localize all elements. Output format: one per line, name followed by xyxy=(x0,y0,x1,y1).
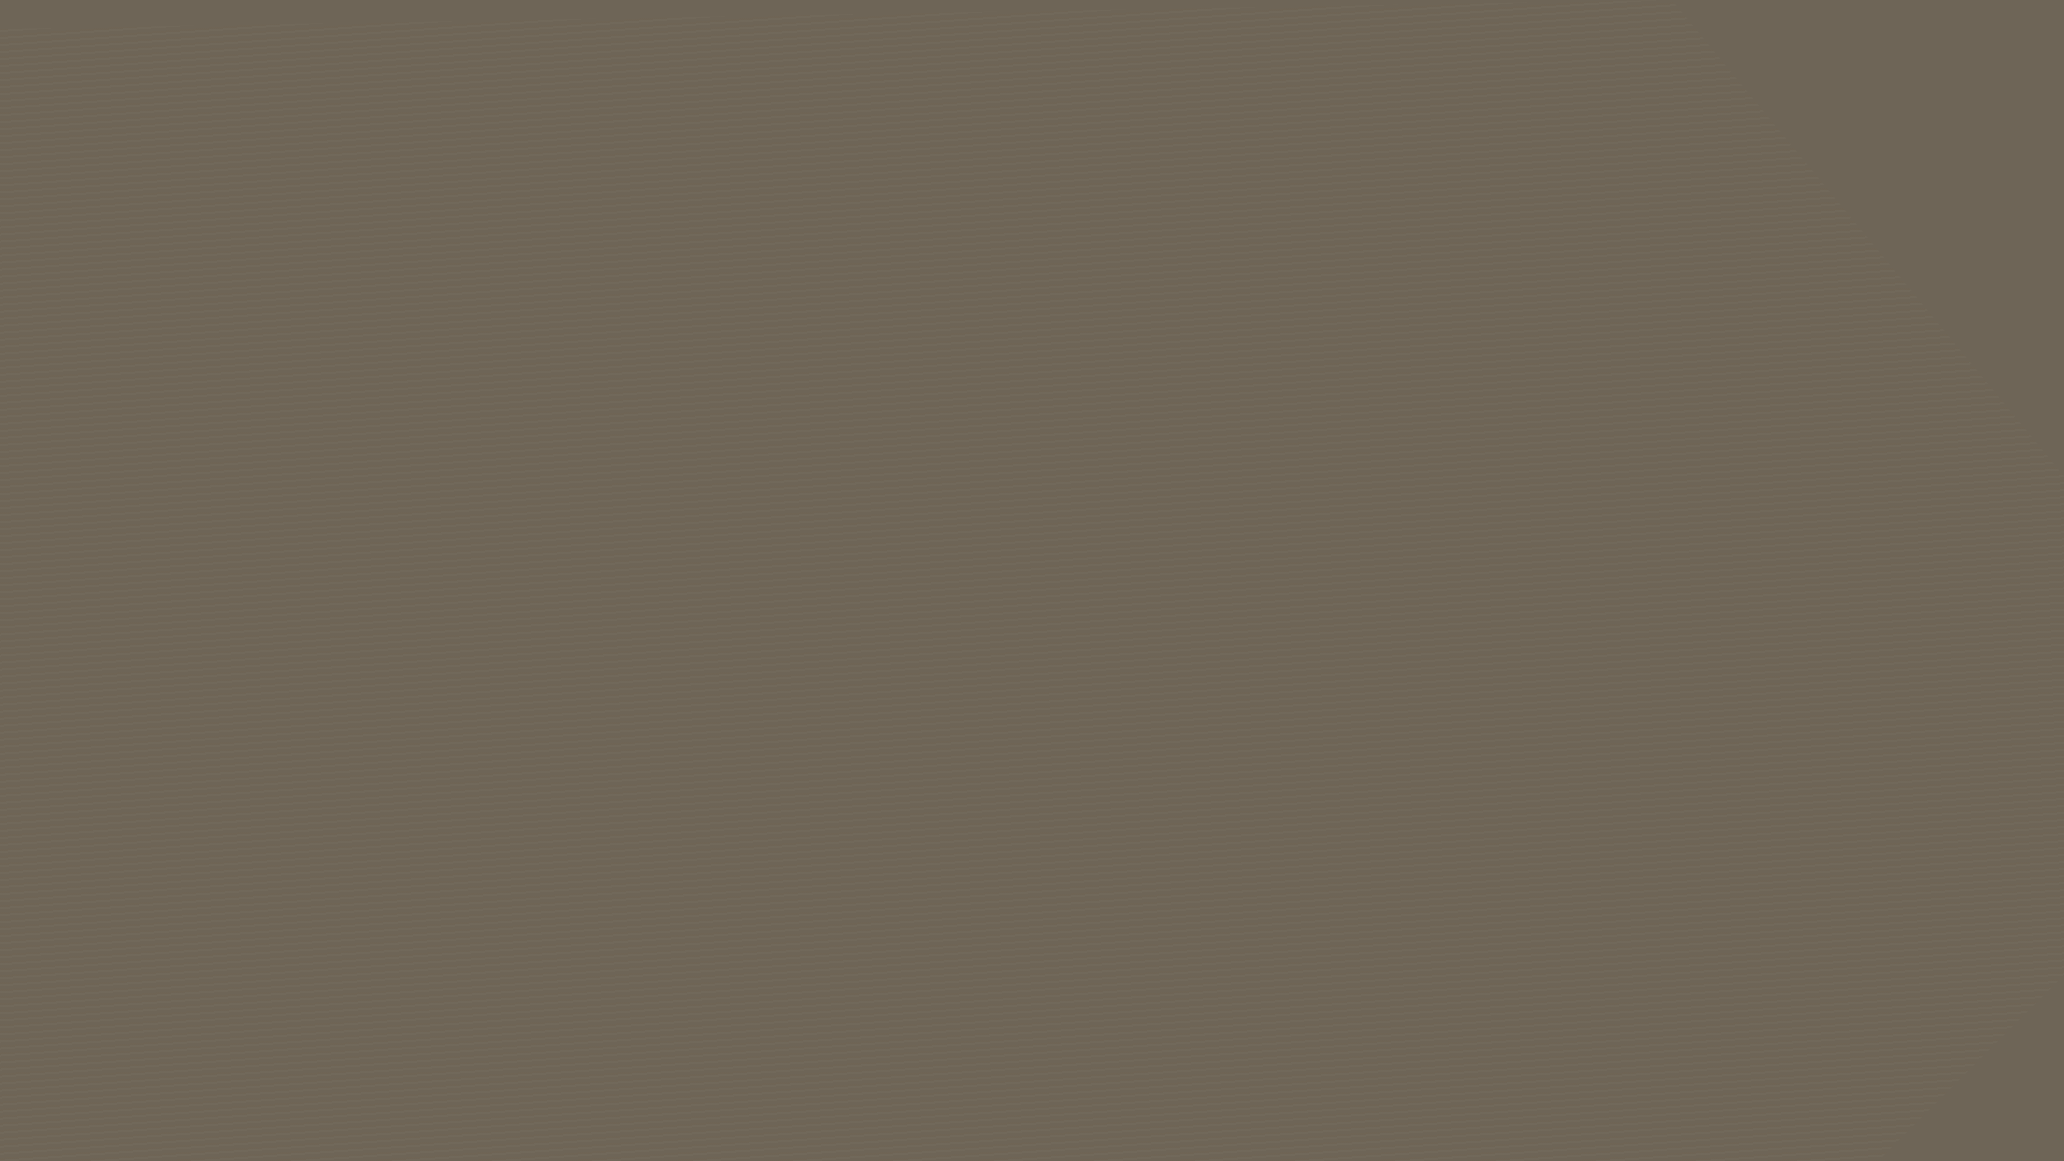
board-photo xyxy=(0,0,2064,1161)
chess-photo-scene xyxy=(0,0,2064,1161)
